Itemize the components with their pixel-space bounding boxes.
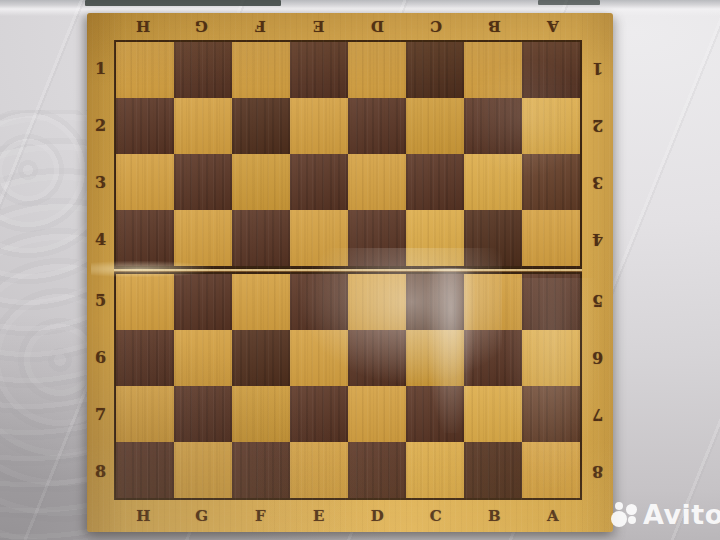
chess-board: HGFEDCBA HGFEDCBA 12345678 12345678	[87, 13, 613, 532]
coordinate-label: 5	[582, 272, 613, 329]
coordinate-label: G	[173, 13, 232, 39]
square-e3[interactable]	[290, 154, 348, 210]
square-g6[interactable]	[174, 330, 232, 386]
square-d3[interactable]	[348, 154, 406, 210]
square-f7[interactable]	[232, 386, 290, 442]
background-object-edge	[85, 0, 281, 6]
square-f1[interactable]	[232, 42, 290, 98]
square-e4[interactable]	[290, 210, 348, 266]
square-g8[interactable]	[174, 442, 232, 498]
square-c2[interactable]	[406, 98, 464, 154]
floor-pattern	[0, 110, 88, 540]
square-g3[interactable]	[174, 154, 232, 210]
avito-watermark: Avito	[611, 499, 720, 530]
square-h5[interactable]	[116, 274, 174, 330]
square-e5[interactable]	[290, 274, 348, 330]
square-b2[interactable]	[464, 98, 522, 154]
square-f5[interactable]	[232, 274, 290, 330]
square-a2[interactable]	[522, 98, 580, 154]
square-g2[interactable]	[174, 98, 232, 154]
board-top-half	[114, 40, 582, 268]
square-g5[interactable]	[174, 274, 232, 330]
coordinate-label: 2	[87, 97, 114, 154]
square-b7[interactable]	[464, 386, 522, 442]
square-a7[interactable]	[522, 386, 580, 442]
coordinate-label: H	[114, 500, 173, 532]
square-e8[interactable]	[290, 442, 348, 498]
square-f8[interactable]	[232, 442, 290, 498]
coordinate-label: A	[524, 13, 583, 39]
coordinate-label: G	[173, 500, 232, 532]
square-a5[interactable]	[522, 274, 580, 330]
coordinate-label: C	[407, 500, 466, 532]
coordinate-label: 7	[582, 386, 613, 443]
coordinate-label: 8	[87, 443, 114, 500]
square-a4[interactable]	[522, 210, 580, 266]
square-c7[interactable]	[406, 386, 464, 442]
square-a8[interactable]	[522, 442, 580, 498]
square-d1[interactable]	[348, 42, 406, 98]
square-e6[interactable]	[290, 330, 348, 386]
square-b3[interactable]	[464, 154, 522, 210]
square-c4[interactable]	[406, 210, 464, 266]
square-c5[interactable]	[406, 274, 464, 330]
square-c3[interactable]	[406, 154, 464, 210]
square-h1[interactable]	[116, 42, 174, 98]
coordinate-label: 4	[582, 211, 613, 268]
coordinate-label: E	[290, 500, 349, 532]
square-e2[interactable]	[290, 98, 348, 154]
square-e7[interactable]	[290, 386, 348, 442]
coordinate-label: A	[524, 500, 583, 532]
square-a1[interactable]	[522, 42, 580, 98]
coordinate-label: 6	[87, 329, 114, 386]
coordinate-label: E	[290, 13, 349, 39]
coordinate-label: D	[348, 13, 407, 39]
coordinate-label: 3	[582, 154, 613, 211]
square-g4[interactable]	[174, 210, 232, 266]
square-d5[interactable]	[348, 274, 406, 330]
square-h4[interactable]	[116, 210, 174, 266]
square-b5[interactable]	[464, 274, 522, 330]
rank-labels-left: 12345678	[87, 40, 114, 500]
coordinate-label: 1	[582, 40, 613, 97]
rank-labels-right: 12345678	[582, 40, 613, 500]
avito-logo-icon	[611, 500, 639, 530]
square-f2[interactable]	[232, 98, 290, 154]
square-h7[interactable]	[116, 386, 174, 442]
square-f3[interactable]	[232, 154, 290, 210]
square-c6[interactable]	[406, 330, 464, 386]
coordinate-label: 3	[87, 154, 114, 211]
background-object-edge	[538, 0, 600, 5]
coordinate-label: C	[407, 13, 466, 39]
square-a6[interactable]	[522, 330, 580, 386]
square-c8[interactable]	[406, 442, 464, 498]
board-bottom-half	[114, 272, 582, 500]
file-labels-bottom: HGFEDCBA	[114, 500, 582, 532]
square-b4[interactable]	[464, 210, 522, 266]
square-g7[interactable]	[174, 386, 232, 442]
coordinate-label: 5	[87, 272, 114, 329]
square-f6[interactable]	[232, 330, 290, 386]
square-d4[interactable]	[348, 210, 406, 266]
square-g1[interactable]	[174, 42, 232, 98]
file-labels-top: HGFEDCBA	[114, 13, 582, 39]
square-b8[interactable]	[464, 442, 522, 498]
board-grid	[114, 40, 582, 500]
coordinate-label: F	[231, 13, 290, 39]
square-h8[interactable]	[116, 442, 174, 498]
avito-watermark-label: Avito	[643, 499, 720, 530]
coordinate-label: F	[231, 500, 290, 532]
square-d8[interactable]	[348, 442, 406, 498]
coordinate-label: 1	[87, 40, 114, 97]
square-h3[interactable]	[116, 154, 174, 210]
square-h2[interactable]	[116, 98, 174, 154]
square-a3[interactable]	[522, 154, 580, 210]
square-c1[interactable]	[406, 42, 464, 98]
coordinate-label: 6	[582, 329, 613, 386]
coordinate-label: 2	[582, 97, 613, 154]
square-h6[interactable]	[116, 330, 174, 386]
square-d7[interactable]	[348, 386, 406, 442]
square-d2[interactable]	[348, 98, 406, 154]
coordinate-label: 4	[87, 211, 114, 268]
square-b6[interactable]	[464, 330, 522, 386]
coordinate-label: 8	[582, 443, 613, 500]
square-d6[interactable]	[348, 330, 406, 386]
coordinate-label: H	[114, 13, 173, 39]
coordinate-label: D	[348, 500, 407, 532]
square-b1[interactable]	[464, 42, 522, 98]
photo-scene: HGFEDCBA HGFEDCBA 12345678 12345678 Avit…	[0, 0, 720, 540]
coordinate-label: B	[465, 500, 524, 532]
square-f4[interactable]	[232, 210, 290, 266]
square-e1[interactable]	[290, 42, 348, 98]
coordinate-label: 7	[87, 386, 114, 443]
coordinate-label: B	[465, 13, 524, 39]
